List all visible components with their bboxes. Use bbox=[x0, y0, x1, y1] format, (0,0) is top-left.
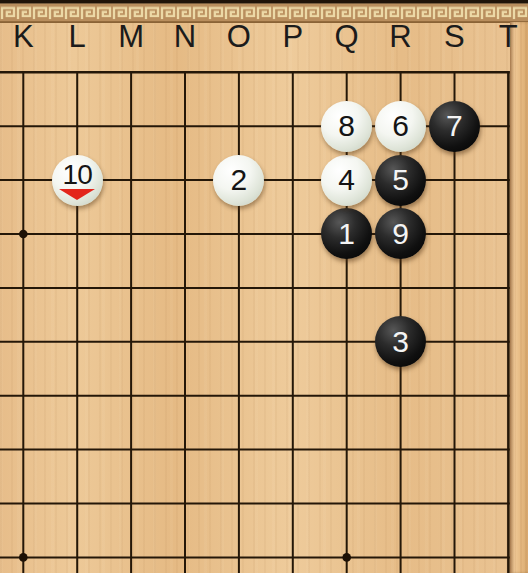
column-labels: KLMNOPQRST bbox=[0, 22, 528, 52]
stone-white-Q18[interactable]: 8 bbox=[321, 101, 372, 152]
column-label-P: P bbox=[266, 22, 320, 52]
column-label-N: N bbox=[158, 22, 212, 52]
stone-black-R14[interactable]: 3 bbox=[375, 316, 426, 367]
move-number: 4 bbox=[338, 165, 355, 195]
move-number: 5 bbox=[392, 165, 409, 195]
move-number: 1 bbox=[338, 219, 355, 249]
move-number: 10 bbox=[63, 161, 92, 189]
move-number: 3 bbox=[392, 327, 409, 357]
stone-black-Q16[interactable]: 1 bbox=[321, 208, 372, 259]
last-move-marker-triangle bbox=[59, 189, 95, 200]
column-label-T: T bbox=[481, 22, 528, 52]
stone-white-L17[interactable]: 10 bbox=[52, 155, 103, 206]
stone-white-Q17[interactable]: 4 bbox=[321, 155, 372, 206]
column-label-R: R bbox=[374, 22, 428, 52]
stone-white-O17[interactable]: 2 bbox=[213, 155, 264, 206]
board-grid[interactable]: 12345678910 bbox=[0, 45, 528, 573]
move-number: 8 bbox=[338, 111, 355, 141]
column-label-Q: Q bbox=[320, 22, 374, 52]
column-label-M: M bbox=[104, 22, 158, 52]
stone-black-R16[interactable]: 9 bbox=[375, 208, 426, 259]
go-board-view: KLMNOPQRST 12345678910 bbox=[0, 0, 528, 573]
stone-white-R18[interactable]: 6 bbox=[375, 101, 426, 152]
move-number: 9 bbox=[392, 219, 409, 249]
column-label-L: L bbox=[50, 22, 104, 52]
move-number: 2 bbox=[231, 165, 248, 195]
stone-black-R17[interactable]: 5 bbox=[375, 155, 426, 206]
stone-black-S18[interactable]: 7 bbox=[429, 101, 480, 152]
column-label-O: O bbox=[212, 22, 266, 52]
move-number: 6 bbox=[392, 111, 409, 141]
column-label-S: S bbox=[427, 22, 481, 52]
column-label-K: K bbox=[0, 22, 50, 52]
move-number: 7 bbox=[446, 111, 463, 141]
